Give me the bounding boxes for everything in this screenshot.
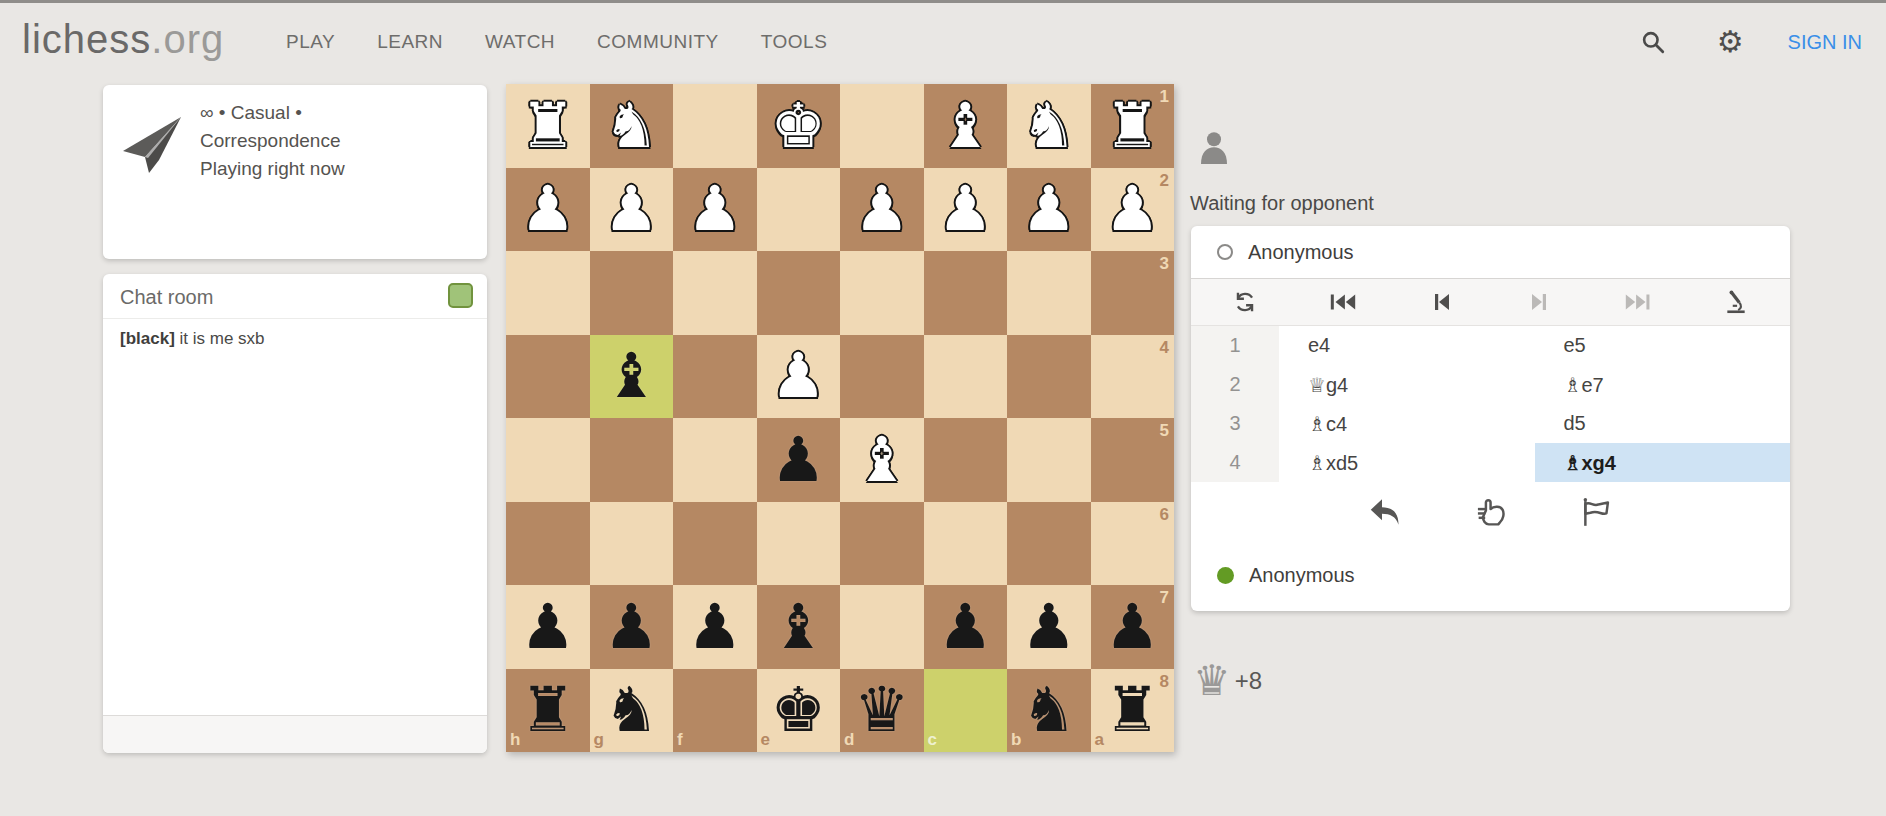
black-bishop[interactable]: ♝ — [770, 596, 826, 658]
move-black-1[interactable]: e5 — [1535, 326, 1791, 365]
correspondence-plane-icon — [119, 111, 185, 177]
rank-label-1: 1 — [1160, 87, 1169, 107]
gear-icon[interactable]: ⚙ — [1717, 27, 1744, 57]
square-g2[interactable]: ♟ — [590, 168, 674, 252]
move-row-1: 1e4e5 — [1191, 326, 1790, 365]
black-pawn[interactable]: ♟ — [770, 429, 826, 491]
square-a7[interactable]: ♟7 — [1091, 585, 1175, 669]
square-g7[interactable]: ♟ — [590, 585, 674, 669]
black-pawn[interactable]: ♟ — [603, 596, 659, 658]
offer-draw-button[interactable] — [1469, 494, 1513, 530]
chat-input[interactable] — [103, 715, 487, 753]
resign-flag-button[interactable] — [1575, 494, 1619, 530]
chat-card: Chat room [black] it is me sxb — [103, 274, 487, 753]
previous-move-button[interactable] — [1421, 287, 1461, 317]
square-h6[interactable] — [506, 502, 590, 586]
meta-line-2: Correspondence — [200, 127, 345, 155]
white-pawn[interactable]: ♟ — [603, 178, 659, 240]
game-panel-card: Anonymous 1e4e52♕g4♗e73♗c4d54♗xd5♗xg4 — [1191, 226, 1790, 611]
rank-label-7: 7 — [1160, 588, 1169, 608]
square-b1[interactable]: ♞ — [1007, 84, 1091, 168]
white-pawn[interactable]: ♟ — [520, 178, 576, 240]
white-knight[interactable]: ♞ — [603, 95, 659, 157]
rank-label-5: 5 — [1160, 421, 1169, 441]
move-row-3: 3♗c4d5 — [1191, 404, 1790, 443]
black-pawn[interactable]: ♟ — [520, 596, 576, 658]
move-row-4: 4♗xd5♗xg4 — [1191, 443, 1790, 482]
meta-line-1: ∞ • Casual • — [200, 99, 345, 127]
captured-queen-icon: ♛ — [1193, 660, 1231, 702]
square-d1[interactable] — [840, 84, 924, 168]
square-f4[interactable] — [673, 335, 757, 419]
header: lichess.org PLAYLEARNWATCHCOMMUNITYTOOLS… — [0, 3, 1886, 81]
search-icon[interactable] — [1633, 27, 1673, 57]
square-c5[interactable] — [924, 418, 1008, 502]
rank-label-3: 3 — [1160, 254, 1169, 274]
move-black-2[interactable]: ♗e7 — [1535, 365, 1791, 404]
black-pawn[interactable]: ♟ — [687, 596, 743, 658]
square-h3[interactable] — [506, 251, 590, 335]
panel-bottom-player-name: Anonymous — [1249, 564, 1355, 587]
square-g6[interactable] — [590, 502, 674, 586]
flip-board-button[interactable] — [1225, 287, 1265, 317]
white-pawn[interactable]: ♟ — [937, 178, 993, 240]
next-move-button[interactable] — [1520, 287, 1560, 317]
meta-line-3: Playing right now — [200, 155, 345, 183]
takeback-button[interactable] — [1363, 494, 1407, 530]
panel-top-player-name: Anonymous — [1248, 241, 1354, 264]
white-bishop[interactable]: ♝ — [854, 429, 910, 491]
last-move-button[interactable] — [1618, 287, 1658, 317]
square-h8[interactable]: ♜h — [506, 669, 590, 753]
chat-title: Chat room — [120, 286, 213, 309]
white-rook[interactable]: ♜ — [520, 95, 576, 157]
square-e6[interactable] — [757, 502, 841, 586]
move-white-1[interactable]: e4 — [1279, 326, 1535, 365]
square-c8[interactable]: c — [924, 669, 1008, 753]
square-h5[interactable] — [506, 418, 590, 502]
square-c3[interactable] — [924, 251, 1008, 335]
chat-toggle[interactable] — [448, 283, 473, 308]
file-label-b: b — [1011, 730, 1021, 750]
move-number-1: 1 — [1191, 326, 1279, 365]
move-row-2: 2♕g4♗e7 — [1191, 365, 1790, 404]
move-black-3[interactable]: d5 — [1535, 404, 1791, 443]
square-b7[interactable]: ♟ — [1007, 585, 1091, 669]
game-meta-card: ∞ • Casual • Correspondence Playing righ… — [103, 85, 487, 259]
material-advantage: ♛ +8 — [1193, 660, 1262, 702]
black-queen[interactable]: ♛ — [854, 679, 910, 741]
square-h4[interactable] — [506, 335, 590, 419]
chat-message: [black] it is me sxb — [120, 329, 265, 349]
move-black-4[interactable]: ♗xg4 — [1535, 443, 1791, 482]
move-number-4: 4 — [1191, 443, 1279, 482]
nav-item-play[interactable]: PLAY — [286, 31, 335, 53]
move-navigation-bar — [1191, 278, 1790, 326]
square-a5[interactable]: 5 — [1091, 418, 1175, 502]
square-h7[interactable]: ♟ — [506, 585, 590, 669]
move-white-4[interactable]: ♗xd5 — [1279, 443, 1535, 482]
square-c1[interactable]: ♝ — [924, 84, 1008, 168]
square-f7[interactable]: ♟ — [673, 585, 757, 669]
square-b6[interactable] — [1007, 502, 1091, 586]
white-king[interactable]: ♚ — [770, 95, 826, 157]
rank-label-2: 2 — [1160, 171, 1169, 191]
square-d7[interactable] — [840, 585, 924, 669]
square-h1[interactable]: ♜ — [506, 84, 590, 168]
square-a3[interactable]: 3 — [1091, 251, 1175, 335]
black-rook[interactable]: ♜ — [520, 679, 576, 741]
square-e7[interactable]: ♝ — [757, 585, 841, 669]
square-e3[interactable] — [757, 251, 841, 335]
square-a8[interactable]: ♜a8 — [1091, 669, 1175, 753]
move-white-3[interactable]: ♗c4 — [1279, 404, 1535, 443]
sign-in-link[interactable]: SIGN IN — [1788, 31, 1862, 54]
game-meta-text: ∞ • Casual • Correspondence Playing righ… — [200, 99, 345, 183]
rank-label-8: 8 — [1160, 672, 1169, 692]
nav-item-watch[interactable]: WATCH — [485, 31, 555, 53]
file-label-a: a — [1095, 730, 1104, 750]
square-a1[interactable]: ♜1 — [1091, 84, 1175, 168]
file-label-f: f — [677, 730, 683, 750]
waiting-status: Waiting for opponent — [1190, 192, 1374, 215]
game-actions — [1191, 482, 1790, 542]
black-pawn[interactable]: ♟ — [1104, 596, 1160, 658]
material-advantage-value: +8 — [1235, 667, 1262, 695]
black-bishop[interactable]: ♝ — [603, 345, 659, 407]
square-c7[interactable]: ♟ — [924, 585, 1008, 669]
square-d5[interactable]: ♝ — [840, 418, 924, 502]
nav-item-learn[interactable]: LEARN — [377, 31, 443, 53]
square-g4[interactable]: ♝ — [590, 335, 674, 419]
chat-divider — [103, 318, 487, 319]
square-a2[interactable]: ♟2 — [1091, 168, 1175, 252]
white-pawn[interactable]: ♟ — [1021, 178, 1077, 240]
lichess-logo[interactable]: lichess.org — [22, 17, 224, 62]
nav-item-community[interactable]: COMMUNITY — [597, 31, 719, 53]
square-e2[interactable] — [757, 168, 841, 252]
square-b2[interactable]: ♟ — [1007, 168, 1091, 252]
white-pawn[interactable]: ♟ — [687, 178, 743, 240]
square-c6[interactable] — [924, 502, 1008, 586]
file-label-g: g — [594, 730, 604, 750]
move-number-2: 2 — [1191, 365, 1279, 404]
square-b4[interactable] — [1007, 335, 1091, 419]
square-f8[interactable]: f — [673, 669, 757, 753]
user-silhouette-icon — [1198, 130, 1230, 176]
file-label-h: h — [510, 730, 520, 750]
square-b5[interactable] — [1007, 418, 1091, 502]
online-indicator — [1217, 567, 1234, 584]
move-number-3: 3 — [1191, 404, 1279, 443]
white-bishop[interactable]: ♝ — [937, 95, 993, 157]
main-nav: PLAYLEARNWATCHCOMMUNITYTOOLS — [286, 3, 827, 81]
square-f3[interactable] — [673, 251, 757, 335]
square-g3[interactable] — [590, 251, 674, 335]
chat-message-author: [black] — [120, 329, 175, 348]
rank-label-4: 4 — [1160, 338, 1169, 358]
file-label-e: e — [761, 730, 770, 750]
white-pawn[interactable]: ♟ — [1104, 178, 1160, 240]
square-b3[interactable] — [1007, 251, 1091, 335]
rank-label-6: 6 — [1160, 505, 1169, 525]
square-d4[interactable] — [840, 335, 924, 419]
file-label-d: d — [844, 730, 854, 750]
square-e8[interactable]: ♚e — [757, 669, 841, 753]
square-b8[interactable]: ♞b — [1007, 669, 1091, 753]
square-g5[interactable] — [590, 418, 674, 502]
square-a4[interactable]: 4 — [1091, 335, 1175, 419]
square-c4[interactable] — [924, 335, 1008, 419]
square-a6[interactable]: 6 — [1091, 502, 1175, 586]
square-d3[interactable] — [840, 251, 924, 335]
white-pawn[interactable]: ♟ — [854, 178, 910, 240]
panel-top-player: Anonymous — [1191, 226, 1790, 278]
square-g8[interactable]: ♞g — [590, 669, 674, 753]
black-knight[interactable]: ♞ — [1021, 679, 1077, 741]
white-pawn[interactable]: ♟ — [770, 345, 826, 407]
square-d6[interactable] — [840, 502, 924, 586]
file-label-c: c — [928, 730, 937, 750]
square-f6[interactable] — [673, 502, 757, 586]
square-f5[interactable] — [673, 418, 757, 502]
square-e5[interactable]: ♟ — [757, 418, 841, 502]
square-d2[interactable]: ♟ — [840, 168, 924, 252]
white-rook[interactable]: ♜ — [1104, 95, 1160, 157]
square-f2[interactable]: ♟ — [673, 168, 757, 252]
black-pawn[interactable]: ♟ — [1021, 596, 1077, 658]
black-knight[interactable]: ♞ — [603, 679, 659, 741]
square-d8[interactable]: ♛d — [840, 669, 924, 753]
panel-bottom-player: Anonymous — [1191, 549, 1790, 601]
black-king[interactable]: ♚ — [770, 679, 826, 741]
white-knight[interactable]: ♞ — [1021, 95, 1077, 157]
first-move-button[interactable] — [1323, 287, 1363, 317]
nav-item-tools[interactable]: TOOLS — [761, 31, 828, 53]
black-pawn[interactable]: ♟ — [937, 596, 993, 658]
square-g1[interactable]: ♞ — [590, 84, 674, 168]
move-list: 1e4e52♕g4♗e73♗c4d54♗xd5♗xg4 — [1191, 326, 1790, 482]
square-c2[interactable]: ♟ — [924, 168, 1008, 252]
chat-message-text: it is me sxb — [175, 329, 265, 348]
white-player-circle-icon — [1217, 244, 1233, 260]
analysis-board-button[interactable] — [1716, 287, 1756, 317]
square-h2[interactable]: ♟ — [506, 168, 590, 252]
square-e4[interactable]: ♟ — [757, 335, 841, 419]
black-rook[interactable]: ♜ — [1104, 679, 1160, 741]
square-e1[interactable]: ♚ — [757, 84, 841, 168]
square-f1[interactable] — [673, 84, 757, 168]
move-white-2[interactable]: ♕g4 — [1279, 365, 1535, 404]
chess-board: ♜♞♚♝♞♜1♟♟♟♟♟♟♟23♝♟4♟♝56♟♟♟♝♟♟♟7♜h♞gf♚e♛d… — [506, 84, 1174, 752]
